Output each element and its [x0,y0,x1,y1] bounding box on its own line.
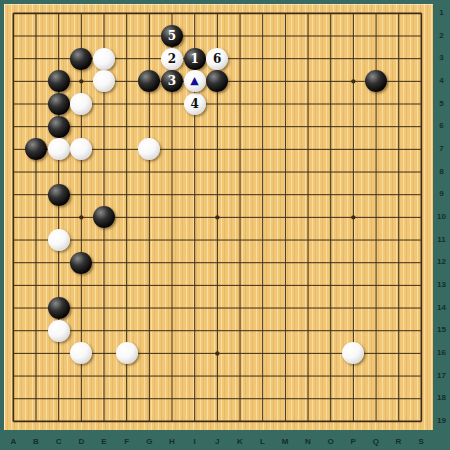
board-cell-E10[interactable] [93,206,116,229]
board-cell-C5[interactable] [47,93,70,116]
white-stone-D5[interactable] [70,93,92,115]
row-label-15: 15 [433,319,450,342]
goban-grid-area: 513246▲ [2,2,433,433]
row-label-6: 6 [433,115,450,138]
column-label-I: I [183,437,206,446]
white-stone-J3[interactable]: 6 [206,48,228,70]
black-stone-G4[interactable] [138,70,160,92]
white-stone-E3[interactable] [93,48,115,70]
move-number-6: 6 [213,52,221,64]
board-cell-H2[interactable]: 5 [161,25,184,48]
row-label-5: 5 [433,93,450,116]
white-stone-P16[interactable] [342,342,364,364]
move-number-2: 2 [168,52,176,64]
move-number-4: 4 [190,97,198,109]
board-cell-G4[interactable] [138,70,161,93]
row-label-3: 3 [433,47,450,70]
column-label-O: O [319,437,342,446]
column-label-A: A [2,437,25,446]
row-label-12: 12 [433,251,450,274]
white-stone-E4[interactable] [93,70,115,92]
column-label-R: R [387,437,410,446]
row-label-10: 10 [433,206,450,229]
black-stone-H2[interactable]: 5 [161,25,183,47]
board-cell-Q4[interactable] [365,70,388,93]
board-cell-F16[interactable] [115,342,138,365]
black-stone-H4[interactable]: 3 [161,70,183,92]
black-stone-Q4[interactable] [365,70,387,92]
board-cell-I3[interactable]: 1 [183,47,206,70]
board-cell-D7[interactable] [70,138,93,161]
black-stone-D3[interactable] [70,48,92,70]
black-stone-C4[interactable] [48,70,70,92]
black-stone-C6[interactable] [48,116,70,138]
column-label-F: F [115,437,138,446]
black-stone-J4[interactable] [206,70,228,92]
board-cell-I5[interactable]: 4 [183,93,206,116]
column-label-D: D [70,437,93,446]
black-stone-E10[interactable] [93,206,115,228]
board-cell-G7[interactable] [138,138,161,161]
triangle-mark-icon: ▲ [190,75,198,86]
board-cell-C15[interactable] [47,319,70,342]
column-label-N: N [297,437,320,446]
column-label-B: B [25,437,48,446]
black-stone-C9[interactable] [48,184,70,206]
column-label-H: H [161,437,184,446]
board-grid[interactable]: 513246▲ [2,2,432,432]
go-board-screenshot: 513246▲ ABCDEFGHIJKLMNOPQRS 123456789101… [0,0,450,450]
row-label-16: 16 [433,342,450,365]
white-stone-D16[interactable] [70,342,92,364]
white-stone-D7[interactable] [70,138,92,160]
row-label-4: 4 [433,70,450,93]
board-cell-C11[interactable] [47,229,70,252]
board-cell-E4[interactable] [93,70,116,93]
column-label-G: G [138,437,161,446]
move-number-5: 5 [168,29,176,41]
column-label-C: C [47,437,70,446]
board-cell-D5[interactable] [70,93,93,116]
row-label-8: 8 [433,161,450,184]
white-stone-I5[interactable]: 4 [184,93,206,115]
column-label-P: P [342,437,365,446]
black-stone-D12[interactable] [70,252,92,274]
white-stone-H3[interactable]: 2 [161,48,183,70]
black-stone-C14[interactable] [48,297,70,319]
board-cell-H4[interactable]: 3 [161,70,184,93]
row-label-17: 17 [433,365,450,388]
row-label-19: 19 [433,410,450,433]
black-stone-I3[interactable]: 1 [184,48,206,70]
row-label-1: 1 [433,2,450,25]
board-cell-C14[interactable] [47,297,70,320]
move-number-3: 3 [168,75,176,87]
row-labels: 12345678910111213141516171819 [433,2,450,433]
column-label-L: L [251,437,274,446]
board-cell-I4[interactable]: ▲ [183,70,206,93]
column-label-Q: Q [365,437,388,446]
board-cell-C6[interactable] [47,115,70,138]
board-cell-D16[interactable] [70,342,93,365]
board-cell-C7[interactable] [47,138,70,161]
board-cell-C4[interactable] [47,70,70,93]
row-label-11: 11 [433,229,450,252]
board-cell-D12[interactable] [70,251,93,274]
board-cell-P16[interactable] [342,342,365,365]
column-labels: ABCDEFGHIJKLMNOPQRS [2,432,433,450]
goban: 513246▲ [4,4,433,430]
board-cell-J4[interactable] [206,70,229,93]
column-label-S: S [410,437,433,446]
board-cell-B7[interactable] [25,138,48,161]
row-label-14: 14 [433,297,450,320]
move-number-1: 1 [190,52,198,64]
white-stone-C7[interactable] [48,138,70,160]
column-label-K: K [229,437,252,446]
black-stone-C5[interactable] [48,93,70,115]
row-label-9: 9 [433,183,450,206]
white-stone-I4[interactable]: ▲ [184,70,206,92]
white-stone-C15[interactable] [48,320,70,342]
row-label-18: 18 [433,387,450,410]
row-label-7: 7 [433,138,450,161]
black-stone-B7[interactable] [25,138,47,160]
white-stone-C11[interactable] [48,229,70,251]
board-cell-J3[interactable]: 6 [206,47,229,70]
board-cell-D3[interactable] [70,47,93,70]
board-cell-H3[interactable]: 2 [161,47,184,70]
column-label-J: J [206,437,229,446]
row-label-13: 13 [433,274,450,297]
white-stone-F16[interactable] [116,342,138,364]
row-label-2: 2 [433,25,450,48]
white-stone-G7[interactable] [138,138,160,160]
column-label-E: E [93,437,116,446]
board-cell-E3[interactable] [93,47,116,70]
board-cell-C9[interactable] [47,183,70,206]
column-label-M: M [274,437,297,446]
